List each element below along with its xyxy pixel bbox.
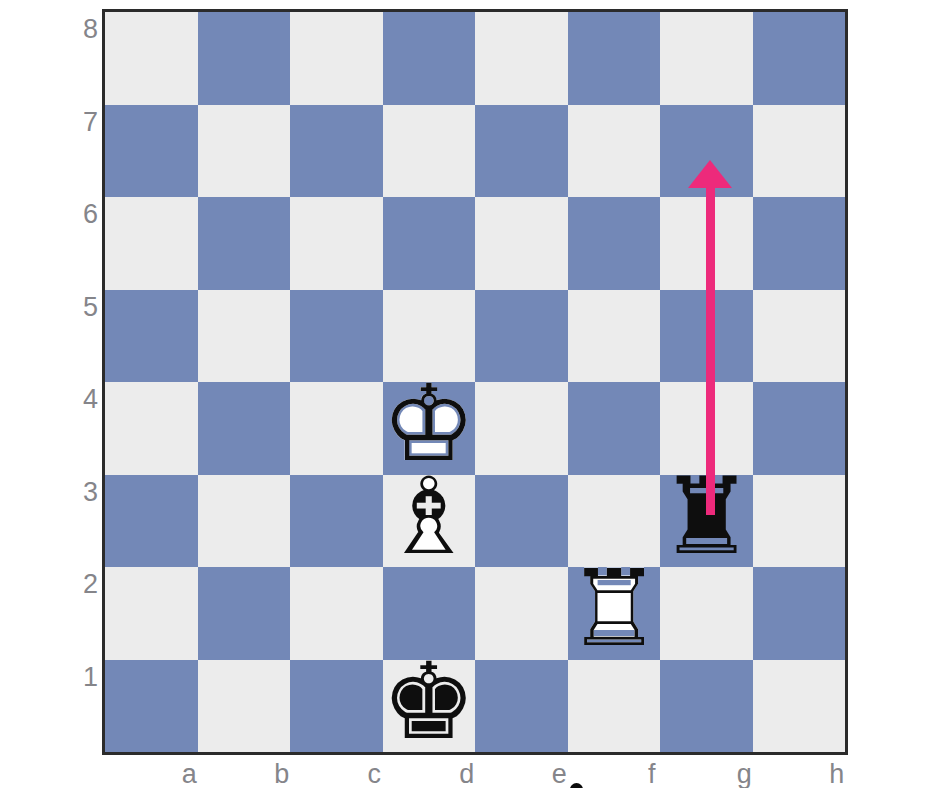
square-c6[interactable] bbox=[290, 197, 383, 290]
rank-label-4: 4 bbox=[58, 386, 98, 413]
square-d7[interactable] bbox=[383, 105, 476, 198]
square-f8[interactable] bbox=[568, 12, 661, 105]
square-a4[interactable] bbox=[105, 382, 198, 475]
square-b5[interactable] bbox=[198, 290, 291, 383]
square-e1[interactable] bbox=[475, 660, 568, 753]
square-c1[interactable] bbox=[290, 660, 383, 753]
square-b6[interactable] bbox=[198, 197, 291, 290]
square-c4[interactable] bbox=[290, 382, 383, 475]
piece-outline: ♗ bbox=[381, 464, 476, 570]
square-a1[interactable] bbox=[105, 660, 198, 753]
arrow-shaft bbox=[706, 188, 715, 515]
file-label-c: c bbox=[328, 761, 421, 788]
file-label-g: g bbox=[698, 761, 791, 788]
square-c3[interactable] bbox=[290, 475, 383, 568]
square-h6[interactable] bbox=[753, 197, 846, 290]
square-e7[interactable] bbox=[475, 105, 568, 198]
piece-fill: ♚ bbox=[381, 649, 476, 755]
square-b7[interactable] bbox=[198, 105, 291, 198]
square-a2[interactable] bbox=[105, 567, 198, 660]
square-f5[interactable] bbox=[568, 290, 661, 383]
square-e4[interactable] bbox=[475, 382, 568, 475]
square-f4[interactable] bbox=[568, 382, 661, 475]
file-label-e: e bbox=[513, 761, 606, 788]
piece-outline: ♖ bbox=[566, 556, 661, 662]
square-a3[interactable] bbox=[105, 475, 198, 568]
arrow-head bbox=[688, 160, 732, 188]
file-label-a: a bbox=[143, 761, 236, 788]
rank-label-8: 8 bbox=[58, 16, 98, 43]
square-g2[interactable] bbox=[660, 567, 753, 660]
square-h8[interactable] bbox=[753, 12, 846, 105]
square-h5[interactable] bbox=[753, 290, 846, 383]
square-h1[interactable] bbox=[753, 660, 846, 753]
square-b1[interactable] bbox=[198, 660, 291, 753]
square-h3[interactable] bbox=[753, 475, 846, 568]
rank-label-3: 3 bbox=[58, 479, 98, 506]
file-label-f: f bbox=[606, 761, 699, 788]
square-e5[interactable] bbox=[475, 290, 568, 383]
square-a7[interactable] bbox=[105, 105, 198, 198]
square-c8[interactable] bbox=[290, 12, 383, 105]
square-e6[interactable] bbox=[475, 197, 568, 290]
square-e2[interactable] bbox=[475, 567, 568, 660]
square-h7[interactable] bbox=[753, 105, 846, 198]
black-king[interactable]: ♚ bbox=[383, 660, 476, 753]
square-b4[interactable] bbox=[198, 382, 291, 475]
square-h4[interactable] bbox=[753, 382, 846, 475]
square-b3[interactable] bbox=[198, 475, 291, 568]
square-a8[interactable] bbox=[105, 12, 198, 105]
file-label-d: d bbox=[421, 761, 514, 788]
square-f6[interactable] bbox=[568, 197, 661, 290]
square-e8[interactable] bbox=[475, 12, 568, 105]
square-a6[interactable] bbox=[105, 197, 198, 290]
square-b2[interactable] bbox=[198, 567, 291, 660]
file-label-b: b bbox=[236, 761, 329, 788]
rank-label-5: 5 bbox=[58, 294, 98, 321]
chess-diagram: 87654321 abcdefgh ♚♔♝♗♜♖♜♚ bbox=[0, 0, 940, 788]
square-f1[interactable] bbox=[568, 660, 661, 753]
square-d6[interactable] bbox=[383, 197, 476, 290]
square-c5[interactable] bbox=[290, 290, 383, 383]
square-e3[interactable] bbox=[475, 475, 568, 568]
square-g8[interactable] bbox=[660, 12, 753, 105]
file-label-h: h bbox=[791, 761, 884, 788]
square-h2[interactable] bbox=[753, 567, 846, 660]
white-bishop[interactable]: ♝♗ bbox=[383, 475, 476, 568]
square-b8[interactable] bbox=[198, 12, 291, 105]
square-c7[interactable] bbox=[290, 105, 383, 198]
square-c2[interactable] bbox=[290, 567, 383, 660]
rank-label-1: 1 bbox=[58, 664, 98, 691]
rank-label-2: 2 bbox=[58, 571, 98, 598]
square-d8[interactable] bbox=[383, 12, 476, 105]
square-a5[interactable] bbox=[105, 290, 198, 383]
white-rook[interactable]: ♜♖ bbox=[568, 567, 661, 660]
rank-label-7: 7 bbox=[58, 109, 98, 136]
rank-label-6: 6 bbox=[58, 201, 98, 228]
square-g1[interactable] bbox=[660, 660, 753, 753]
square-f7[interactable] bbox=[568, 105, 661, 198]
